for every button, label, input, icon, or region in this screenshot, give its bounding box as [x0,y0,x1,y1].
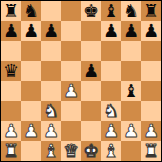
square-g7[interactable]: ♟ [121,21,141,41]
piece-white-bishop: ♝ [103,141,119,161]
square-e4[interactable] [81,81,101,101]
square-d6[interactable] [61,41,81,61]
square-c1[interactable]: ♝ [41,141,61,161]
piece-black-knight: ♞ [23,1,39,21]
square-e7[interactable] [81,21,101,41]
piece-white-rook: ♜ [3,141,19,161]
piece-white-queen: ♛ [63,141,79,161]
square-f1[interactable]: ♝ [101,141,121,161]
square-d3[interactable] [61,101,81,121]
square-a6[interactable] [1,41,21,61]
square-h3[interactable] [141,101,161,121]
square-g4[interactable]: ♝ [121,81,141,101]
square-h6[interactable] [141,41,161,61]
piece-black-queen: ♛ [3,61,19,81]
square-b8[interactable]: ♞ [21,1,41,21]
square-d7[interactable] [61,21,81,41]
square-d2[interactable] [61,121,81,141]
piece-black-pawn: ♟ [103,21,119,41]
piece-black-pawn: ♟ [43,21,59,41]
square-h4[interactable] [141,81,161,101]
square-f2[interactable]: ♟ [101,121,121,141]
square-a8[interactable]: ♜ [1,1,21,21]
square-e3[interactable] [81,101,101,121]
square-e1[interactable]: ♚ [81,141,101,161]
square-b3[interactable] [21,101,41,121]
square-a1[interactable]: ♜ [1,141,21,161]
square-f4[interactable] [101,81,121,101]
square-a2[interactable]: ♟ [1,121,21,141]
square-c6[interactable] [41,41,61,61]
piece-black-pawn: ♟ [83,61,99,81]
square-d4[interactable]: ♟ [61,81,81,101]
square-g3[interactable] [121,101,141,121]
square-h8[interactable]: ♜ [141,1,161,21]
piece-black-pawn: ♟ [23,21,39,41]
square-d5[interactable] [61,61,81,81]
chess-board: ♜♞♚♝♞♜♟♟♟♟♟♟♛♟♟♝♞♞♟♟♟♟♟♟♜♝♛♚♝♜ [0,0,162,162]
square-c8[interactable] [41,1,61,21]
square-h2[interactable]: ♟ [141,121,161,141]
square-c5[interactable] [41,61,61,81]
square-f7[interactable]: ♟ [101,21,121,41]
square-b1[interactable] [21,141,41,161]
square-d1[interactable]: ♛ [61,141,81,161]
square-b5[interactable] [21,61,41,81]
square-b2[interactable]: ♟ [21,121,41,141]
square-g6[interactable] [121,41,141,61]
piece-black-rook: ♜ [3,1,19,21]
piece-white-pawn: ♟ [103,121,119,141]
square-a3[interactable] [1,101,21,121]
square-h5[interactable] [141,61,161,81]
piece-black-pawn: ♟ [123,21,139,41]
square-h1[interactable]: ♜ [141,141,161,161]
piece-black-rook: ♜ [143,1,159,21]
square-b6[interactable] [21,41,41,61]
square-e6[interactable] [81,41,101,61]
square-c4[interactable] [41,81,61,101]
square-a4[interactable] [1,81,21,101]
square-c7[interactable]: ♟ [41,21,61,41]
square-g8[interactable]: ♞ [121,1,141,21]
square-f5[interactable] [101,61,121,81]
square-a5[interactable]: ♛ [1,61,21,81]
piece-white-pawn: ♟ [23,121,39,141]
piece-white-pawn: ♟ [123,121,139,141]
piece-black-king: ♚ [83,1,99,21]
piece-white-king: ♚ [83,141,99,161]
piece-white-pawn: ♟ [3,121,19,141]
square-f6[interactable] [101,41,121,61]
piece-white-pawn: ♟ [43,121,59,141]
square-e8[interactable]: ♚ [81,1,101,21]
piece-white-knight: ♞ [43,101,59,121]
piece-white-pawn: ♟ [63,81,79,101]
square-b7[interactable]: ♟ [21,21,41,41]
square-h7[interactable]: ♟ [141,21,161,41]
square-d8[interactable] [61,1,81,21]
piece-white-rook: ♜ [143,141,159,161]
square-a7[interactable]: ♟ [1,21,21,41]
square-f3[interactable]: ♞ [101,101,121,121]
piece-white-knight: ♞ [103,101,119,121]
square-e5[interactable]: ♟ [81,61,101,81]
square-g2[interactable]: ♟ [121,121,141,141]
square-c3[interactable]: ♞ [41,101,61,121]
square-e2[interactable] [81,121,101,141]
square-f8[interactable]: ♝ [101,1,121,21]
piece-black-knight: ♞ [123,1,139,21]
square-b4[interactable] [21,81,41,101]
square-c2[interactable]: ♟ [41,121,61,141]
piece-black-bishop: ♝ [123,81,139,101]
square-g1[interactable] [121,141,141,161]
square-g5[interactable] [121,61,141,81]
piece-black-pawn: ♟ [143,21,159,41]
piece-white-bishop: ♝ [43,141,59,161]
piece-black-bishop: ♝ [103,1,119,21]
piece-black-pawn: ♟ [3,21,19,41]
piece-white-pawn: ♟ [143,121,159,141]
